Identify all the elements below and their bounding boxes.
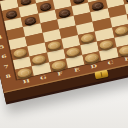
rank-label-8: 8 [0, 70, 17, 83]
product-photo-chess-set: HGFEDCBA 12345678 [0, 0, 128, 128]
file-label-h: H [17, 76, 36, 89]
file-label-e: E [68, 65, 87, 78]
board: HGFEDCBA 12345678 [0, 0, 128, 93]
clasp-latch-icon [94, 70, 108, 80]
file-label-c: C [101, 57, 120, 70]
file-label-f: F [51, 68, 70, 81]
checker-dark[interactable] [125, 0, 128, 2]
file-label-g: G [34, 72, 53, 85]
